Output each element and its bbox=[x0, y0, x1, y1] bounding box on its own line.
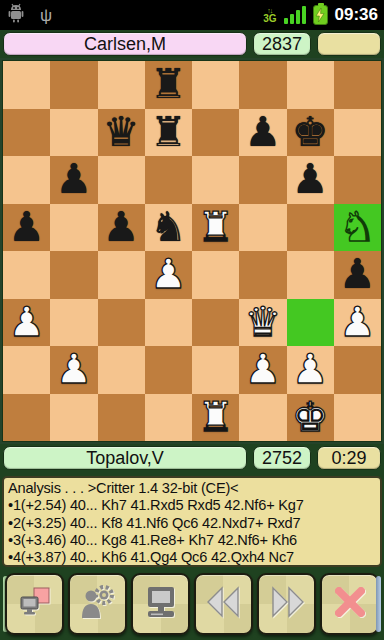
square-h7[interactable] bbox=[334, 109, 381, 157]
square-e3[interactable] bbox=[192, 299, 239, 347]
status-clock: 09:36 bbox=[335, 5, 378, 25]
piece-white-queen: ♛ bbox=[244, 302, 281, 343]
square-d3[interactable] bbox=[145, 299, 192, 347]
square-f7[interactable]: ♟ bbox=[239, 109, 286, 157]
square-d2[interactable] bbox=[145, 346, 192, 394]
square-e2[interactable] bbox=[192, 346, 239, 394]
person-gear-icon bbox=[79, 584, 117, 624]
square-f6[interactable] bbox=[239, 156, 286, 204]
square-f2[interactable]: ♟ bbox=[239, 346, 286, 394]
square-h6[interactable] bbox=[334, 156, 381, 204]
chess-board[interactable]: ♜♛♜♟♚♟♟♟♟♞♜♞♟♟♟♛♟♟♟♟♜♚ bbox=[2, 60, 382, 442]
square-f8[interactable] bbox=[239, 61, 286, 109]
square-c7[interactable]: ♛ bbox=[98, 109, 145, 157]
piece-black-king: ♚ bbox=[292, 112, 329, 153]
square-d1[interactable] bbox=[145, 394, 192, 442]
piece-black-pawn: ♟ bbox=[8, 207, 45, 248]
square-a8[interactable] bbox=[3, 61, 50, 109]
mobile-data-3g-icon: ↑↓ 3G bbox=[263, 7, 276, 24]
monitor-pink-square-icon bbox=[17, 585, 53, 623]
analysis-line: •3(+3.46) 40... Kg8 41.Re8+ Kh7 42.Nf6+ … bbox=[8, 532, 376, 549]
square-a5[interactable]: ♟ bbox=[3, 204, 50, 252]
square-a3[interactable]: ♟ bbox=[3, 299, 50, 347]
piece-white-pawn: ♟ bbox=[8, 302, 45, 343]
analysis-line: •4(+3.87) 40... Kh6 41.Qg4 Qc6 42.Qxh4 N… bbox=[8, 549, 376, 566]
analysis-line: •1(+2.54) 40... Kh7 41.Rxd5 Rxd5 42.Nf6+… bbox=[8, 497, 376, 514]
piece-white-pawn: ♟ bbox=[150, 254, 187, 295]
piece-black-pawn: ♟ bbox=[103, 207, 140, 248]
player-settings-button[interactable] bbox=[68, 573, 127, 635]
square-a4[interactable] bbox=[3, 251, 50, 299]
square-b6[interactable]: ♟ bbox=[50, 156, 97, 204]
square-a2[interactable] bbox=[3, 346, 50, 394]
piece-white-knight: ♞ bbox=[339, 207, 376, 248]
square-g5[interactable] bbox=[287, 204, 334, 252]
rewind-icon bbox=[205, 585, 243, 623]
bottom-player-bar: Topalov,V 2752 0:29 bbox=[0, 444, 384, 472]
square-c5[interactable]: ♟ bbox=[98, 204, 145, 252]
usb-icon: ψ bbox=[40, 7, 52, 24]
piece-black-pawn: ♟ bbox=[244, 112, 281, 153]
square-f5[interactable] bbox=[239, 204, 286, 252]
scroll-indicator-right bbox=[376, 576, 381, 632]
square-e8[interactable] bbox=[192, 61, 239, 109]
toolbar bbox=[0, 567, 384, 640]
forward-button[interactable] bbox=[257, 573, 316, 635]
analysis-header: Analysis . . . >Critter 1.4 32-bit (CE)< bbox=[8, 480, 376, 497]
piece-white-king: ♚ bbox=[292, 397, 329, 438]
fast-forward-icon bbox=[268, 585, 306, 623]
square-c8[interactable] bbox=[98, 61, 145, 109]
square-f4[interactable] bbox=[239, 251, 286, 299]
piece-black-knight: ♞ bbox=[150, 207, 187, 248]
square-f1[interactable] bbox=[239, 394, 286, 442]
square-h5[interactable]: ♞ bbox=[334, 204, 381, 252]
status-bar: ψ ↑↓ 3G 09:36 bbox=[0, 0, 384, 30]
square-e7[interactable] bbox=[192, 109, 239, 157]
square-c2[interactable] bbox=[98, 346, 145, 394]
battery-charging-icon bbox=[313, 5, 328, 25]
square-e5[interactable]: ♜ bbox=[192, 204, 239, 252]
square-c1[interactable] bbox=[98, 394, 145, 442]
piece-white-pawn: ♟ bbox=[244, 349, 281, 390]
analysis-line: •2(+3.25) 40... Kf8 41.Nf6 Qc6 42.Nxd7+ … bbox=[8, 515, 376, 532]
network-type-label: 3G bbox=[263, 14, 276, 24]
signal-strength-icon bbox=[284, 6, 306, 24]
square-g6[interactable]: ♟ bbox=[287, 156, 334, 204]
top-player-rating: 2837 bbox=[253, 32, 311, 56]
square-g2[interactable]: ♟ bbox=[287, 346, 334, 394]
square-d4[interactable]: ♟ bbox=[145, 251, 192, 299]
square-e6[interactable] bbox=[192, 156, 239, 204]
square-a7[interactable] bbox=[3, 109, 50, 157]
square-c6[interactable] bbox=[98, 156, 145, 204]
piece-black-rook: ♜ bbox=[150, 64, 187, 105]
engine-button[interactable] bbox=[131, 573, 190, 635]
top-player-clock bbox=[317, 32, 381, 56]
piece-white-pawn: ♟ bbox=[55, 349, 92, 390]
square-c4[interactable] bbox=[98, 251, 145, 299]
close-button[interactable] bbox=[320, 573, 379, 635]
piece-black-rook: ♜ bbox=[150, 112, 187, 153]
square-e4[interactable] bbox=[192, 251, 239, 299]
square-d5[interactable]: ♞ bbox=[145, 204, 192, 252]
square-g7[interactable]: ♚ bbox=[287, 109, 334, 157]
square-b1[interactable] bbox=[50, 394, 97, 442]
top-player-name[interactable]: Carlsen,M bbox=[3, 32, 247, 56]
square-b2[interactable]: ♟ bbox=[50, 346, 97, 394]
top-player-bar: Carlsen,M 2837 bbox=[0, 30, 384, 58]
piece-white-pawn: ♟ bbox=[292, 349, 329, 390]
square-d6[interactable] bbox=[145, 156, 192, 204]
board-frame: ♜♛♜♟♚♟♟♟♟♞♜♞♟♟♟♛♟♟♟♟♜♚ bbox=[0, 58, 384, 444]
square-g3[interactable] bbox=[287, 299, 334, 347]
square-a6[interactable] bbox=[3, 156, 50, 204]
piece-black-queen: ♛ bbox=[103, 112, 140, 153]
swap-sides-button[interactable] bbox=[5, 573, 64, 635]
square-h1[interactable] bbox=[334, 394, 381, 442]
piece-black-pawn: ♟ bbox=[292, 159, 329, 200]
rewind-button[interactable] bbox=[194, 573, 253, 635]
square-g4[interactable] bbox=[287, 251, 334, 299]
android-icon bbox=[6, 3, 26, 27]
square-d7[interactable]: ♜ bbox=[145, 109, 192, 157]
piece-white-rook: ♜ bbox=[197, 207, 234, 248]
square-h2[interactable] bbox=[334, 346, 381, 394]
square-b3[interactable] bbox=[50, 299, 97, 347]
square-b4[interactable] bbox=[50, 251, 97, 299]
bottom-player-rating: 2752 bbox=[253, 446, 311, 470]
square-e1[interactable]: ♜ bbox=[192, 394, 239, 442]
analysis-panel[interactable]: Analysis . . . >Critter 1.4 32-bit (CE)<… bbox=[2, 476, 382, 567]
close-x-icon bbox=[332, 585, 368, 623]
piece-black-pawn: ♟ bbox=[339, 254, 376, 295]
square-h8[interactable] bbox=[334, 61, 381, 109]
square-b5[interactable] bbox=[50, 204, 97, 252]
square-g1[interactable]: ♚ bbox=[287, 394, 334, 442]
piece-white-pawn: ♟ bbox=[339, 302, 376, 343]
square-b7[interactable] bbox=[50, 109, 97, 157]
square-f3[interactable]: ♛ bbox=[239, 299, 286, 347]
bottom-player-name[interactable]: Topalov,V bbox=[3, 446, 247, 470]
square-a1[interactable] bbox=[3, 394, 50, 442]
square-h4[interactable]: ♟ bbox=[334, 251, 381, 299]
piece-white-rook: ♜ bbox=[197, 397, 234, 438]
square-h3[interactable]: ♟ bbox=[334, 299, 381, 347]
square-g8[interactable] bbox=[287, 61, 334, 109]
bottom-player-clock: 0:29 bbox=[317, 446, 381, 470]
computer-icon bbox=[142, 584, 180, 624]
square-c3[interactable] bbox=[98, 299, 145, 347]
square-b8[interactable] bbox=[50, 61, 97, 109]
piece-black-pawn: ♟ bbox=[55, 159, 92, 200]
square-d8[interactable]: ♜ bbox=[145, 61, 192, 109]
